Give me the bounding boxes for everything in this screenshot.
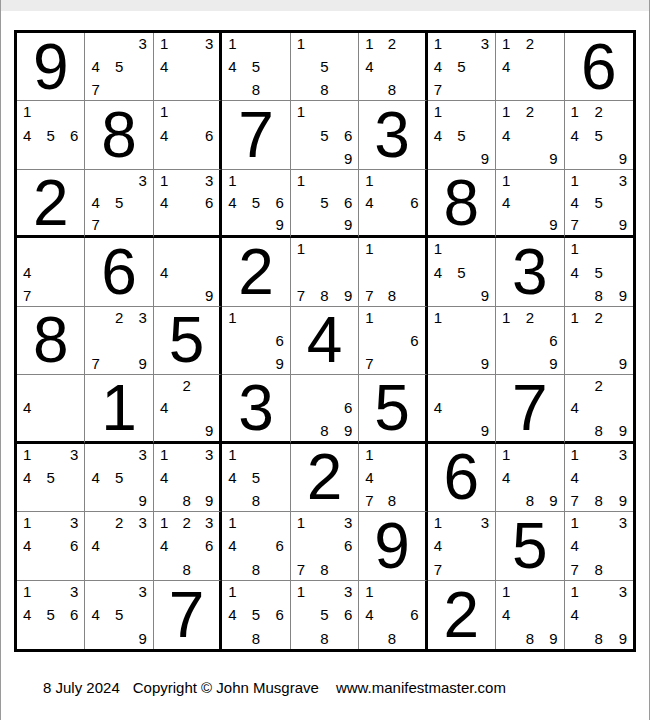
candidate-digit: 1 <box>160 36 168 51</box>
candidate-digit: 1 <box>434 104 442 119</box>
solved-digit: 3 <box>374 103 410 167</box>
cell-r9c8: 1489 <box>496 581 564 649</box>
candidate-digit: 8 <box>388 493 396 508</box>
candidate-digit: 7 <box>571 217 579 232</box>
candidate-digit: 1 <box>228 515 236 530</box>
cell-r1c2: 3457 <box>85 33 153 101</box>
candidate-digit: 9 <box>139 631 147 646</box>
footer-spacer <box>319 679 336 696</box>
candidate-grid: 169 <box>222 307 289 374</box>
candidate-digit: 1 <box>297 36 305 51</box>
cell-r3c4: 14569 <box>222 170 290 238</box>
candidate-grid: 146 <box>154 101 219 168</box>
candidate-grid: 49 <box>154 238 219 305</box>
candidate-digit: 5 <box>252 59 260 74</box>
candidate-digit: 4 <box>365 470 373 485</box>
candidate-digit: 4 <box>160 538 168 553</box>
candidate-grid: 134579 <box>565 170 633 235</box>
candidate-digit: 6 <box>205 128 213 143</box>
solved-digit: 2 <box>238 240 274 304</box>
candidate-digit: 1 <box>23 447 31 462</box>
candidate-digit: 4 <box>160 195 168 210</box>
candidate-digit: 1 <box>365 310 373 325</box>
candidate-digit: 4 <box>228 195 236 210</box>
candidate-grid: 134 <box>154 33 219 100</box>
candidate-digit: 5 <box>47 470 55 485</box>
candidate-digit: 5 <box>457 59 465 74</box>
candidate-digit: 1 <box>502 310 510 325</box>
candidate-digit: 8 <box>595 423 603 438</box>
candidate-digit: 4 <box>502 128 510 143</box>
candidate-digit: 9 <box>549 631 557 646</box>
candidate-digit: 8 <box>388 288 396 303</box>
candidate-digit: 6 <box>275 607 283 622</box>
solved-digit: 6 <box>581 35 617 99</box>
candidate-digit: 1 <box>502 104 510 119</box>
candidate-grid: 13568 <box>291 581 358 649</box>
candidate-grid: 13478 <box>565 512 633 579</box>
candidate-digit: 3 <box>205 515 213 530</box>
candidate-digit: 6 <box>344 607 352 622</box>
candidate-digit: 3 <box>481 36 489 51</box>
solved-digit: 5 <box>374 376 410 440</box>
footer: 8 July 2024 Copyright © John Musgrave ww… <box>43 679 506 696</box>
candidate-grid: 3459 <box>85 444 152 511</box>
candidate-grid: 4 <box>17 375 84 440</box>
candidate-digit: 9 <box>619 217 627 232</box>
cell-r9c6: 1468 <box>359 581 427 649</box>
candidate-grid: 13456 <box>17 581 84 649</box>
candidate-digit: 4 <box>434 265 442 280</box>
cell-r5c3: 5 <box>154 307 222 375</box>
candidate-digit: 4 <box>571 128 579 143</box>
candidate-digit: 8 <box>595 631 603 646</box>
solved-digit: 6 <box>444 445 480 509</box>
candidate-digit: 9 <box>205 288 213 303</box>
candidate-digit: 5 <box>320 195 328 210</box>
candidate-grid: 14569 <box>222 170 289 235</box>
candidate-digit: 1 <box>297 241 305 256</box>
candidate-digit: 3 <box>205 36 213 51</box>
candidate-digit: 6 <box>410 195 418 210</box>
candidate-digit: 4 <box>23 128 31 143</box>
candidate-digit: 2 <box>595 378 603 393</box>
cell-r9c1: 13456 <box>17 581 85 649</box>
candidate-digit: 4 <box>434 128 442 143</box>
cell-r9c5: 13568 <box>291 581 359 649</box>
solved-digit: 7 <box>238 103 274 167</box>
cell-r9c4: 14568 <box>222 581 290 649</box>
candidate-digit: 1 <box>365 36 373 51</box>
solved-digit: 8 <box>101 103 137 167</box>
candidate-digit: 3 <box>344 515 352 530</box>
cell-r4c8: 3 <box>496 238 564 306</box>
candidate-digit: 4 <box>160 400 168 415</box>
candidate-digit: 2 <box>526 36 534 51</box>
candidate-digit: 9 <box>549 217 557 232</box>
candidate-grid: 2379 <box>85 307 152 374</box>
candidate-digit: 6 <box>275 333 283 348</box>
candidate-grid: 1347 <box>428 512 495 579</box>
candidate-digit: 8 <box>320 288 328 303</box>
candidate-digit: 1 <box>228 310 236 325</box>
cell-r8c4: 1468 <box>222 512 290 580</box>
cell-r5c5: 4 <box>291 307 359 375</box>
cell-r3c7: 8 <box>428 170 496 238</box>
solved-digit: 8 <box>444 171 480 235</box>
candidate-digit: 4 <box>502 470 510 485</box>
candidate-digit: 8 <box>595 493 603 508</box>
cell-r4c2: 6 <box>85 238 153 306</box>
candidate-digit: 5 <box>320 128 328 143</box>
candidate-digit: 4 <box>502 59 510 74</box>
candidate-digit: 5 <box>457 128 465 143</box>
cell-r3c5: 1569 <box>291 170 359 238</box>
candidate-digit: 7 <box>365 493 373 508</box>
footer-date: 8 July 2024 <box>43 679 120 696</box>
candidate-digit: 5 <box>595 195 603 210</box>
candidate-digit: 1 <box>571 310 579 325</box>
cell-r5c4: 169 <box>222 307 290 375</box>
cell-r8c8: 5 <box>496 512 564 580</box>
candidate-digit: 1 <box>23 584 31 599</box>
candidate-digit: 2 <box>182 515 190 530</box>
candidate-digit: 4 <box>91 195 99 210</box>
candidate-digit: 3 <box>139 310 147 325</box>
candidate-digit: 3 <box>139 584 147 599</box>
candidate-grid: 3459 <box>85 581 152 649</box>
cell-r7c3: 13489 <box>154 444 222 512</box>
candidate-digit: 1 <box>502 447 510 462</box>
cell-r5c6: 167 <box>359 307 427 375</box>
candidate-digit: 3 <box>619 173 627 188</box>
solved-digit: 2 <box>33 171 69 235</box>
cell-r8c9: 13478 <box>565 512 633 580</box>
candidate-digit: 9 <box>619 423 627 438</box>
candidate-digit: 7 <box>297 562 305 577</box>
candidate-digit: 3 <box>139 173 147 188</box>
cell-r9c3: 7 <box>154 581 222 649</box>
candidate-grid: 1456 <box>17 101 84 168</box>
cell-r9c7: 2 <box>428 581 496 649</box>
candidate-grid: 1569 <box>291 170 358 235</box>
cell-r7c9: 134789 <box>565 444 633 512</box>
solved-digit: 2 <box>444 583 480 647</box>
candidate-digit: 8 <box>320 82 328 97</box>
candidate-grid: 47 <box>17 238 84 305</box>
candidate-digit: 8 <box>595 288 603 303</box>
candidate-digit: 1 <box>434 515 442 530</box>
candidate-digit: 2 <box>595 310 603 325</box>
candidate-digit: 1 <box>228 173 236 188</box>
candidate-grid: 134789 <box>565 444 633 511</box>
candidate-digit: 5 <box>252 195 260 210</box>
candidate-digit: 2 <box>115 515 123 530</box>
candidate-digit: 1 <box>160 104 168 119</box>
cell-r4c3: 49 <box>154 238 222 306</box>
candidate-grid: 146 <box>359 170 424 235</box>
cell-r6c2: 1 <box>85 375 153 443</box>
candidate-digit: 6 <box>70 128 78 143</box>
candidate-digit: 2 <box>388 36 396 51</box>
candidate-grid: 1459 <box>428 101 495 168</box>
cell-r4c7: 1459 <box>428 238 496 306</box>
candidate-digit: 3 <box>481 515 489 530</box>
candidate-grid: 14589 <box>565 238 633 305</box>
candidate-digit: 5 <box>115 59 123 74</box>
candidate-digit: 2 <box>182 378 190 393</box>
candidate-digit: 4 <box>228 607 236 622</box>
cell-r5c8: 1269 <box>496 307 564 375</box>
solved-digit: 5 <box>512 514 548 578</box>
candidate-digit: 1 <box>502 173 510 188</box>
candidate-digit: 7 <box>91 217 99 232</box>
candidate-digit: 8 <box>252 631 260 646</box>
candidate-digit: 6 <box>205 195 213 210</box>
candidate-digit: 4 <box>571 538 579 553</box>
candidate-digit: 4 <box>434 400 442 415</box>
candidate-grid: 13489 <box>565 581 633 649</box>
candidate-digit: 3 <box>619 447 627 462</box>
candidate-digit: 5 <box>115 195 123 210</box>
candidate-digit: 5 <box>252 470 260 485</box>
cell-r5c7: 19 <box>428 307 496 375</box>
cell-r1c5: 158 <box>291 33 359 101</box>
candidate-digit: 7 <box>571 493 579 508</box>
candidate-digit: 8 <box>182 562 190 577</box>
candidate-digit: 6 <box>70 538 78 553</box>
candidate-digit: 6 <box>410 333 418 348</box>
candidate-digit: 8 <box>526 631 534 646</box>
candidate-digit: 8 <box>388 631 396 646</box>
candidate-digit: 3 <box>344 584 352 599</box>
candidate-digit: 6 <box>344 195 352 210</box>
cell-r2c1: 1456 <box>17 101 85 169</box>
page-top-strip <box>0 0 650 11</box>
candidate-digit: 3 <box>139 447 147 462</box>
candidate-grid: 1489 <box>496 581 563 649</box>
candidate-digit: 7 <box>297 288 305 303</box>
cell-r8c5: 13678 <box>291 512 359 580</box>
candidate-digit: 1 <box>297 515 305 530</box>
candidate-digit: 7 <box>434 82 442 97</box>
candidate-digit: 1 <box>297 173 305 188</box>
candidate-digit: 5 <box>595 265 603 280</box>
candidate-digit: 4 <box>502 195 510 210</box>
cell-r1c4: 1458 <box>222 33 290 101</box>
candidate-digit: 7 <box>91 82 99 97</box>
candidate-digit: 9 <box>549 356 557 371</box>
candidate-digit: 5 <box>320 59 328 74</box>
candidate-digit: 4 <box>23 470 31 485</box>
candidate-grid: 124 <box>496 33 563 100</box>
candidate-grid: 158 <box>291 33 358 100</box>
candidate-digit: 3 <box>139 36 147 51</box>
candidate-digit: 3 <box>619 515 627 530</box>
cell-r1c6: 1248 <box>359 33 427 101</box>
candidate-digit: 1 <box>571 241 579 256</box>
candidate-digit: 9 <box>481 423 489 438</box>
candidate-grid: 1249 <box>496 101 563 168</box>
candidate-grid: 234 <box>85 512 152 579</box>
cell-r7c5: 2 <box>291 444 359 512</box>
candidate-digit: 1 <box>365 241 373 256</box>
candidate-digit: 4 <box>571 400 579 415</box>
candidate-digit: 8 <box>252 493 260 508</box>
candidate-grid: 19 <box>428 307 495 374</box>
cell-r2c6: 3 <box>359 101 427 169</box>
cell-r3c6: 146 <box>359 170 427 238</box>
candidate-digit: 4 <box>160 128 168 143</box>
candidate-digit: 4 <box>228 59 236 74</box>
candidate-digit: 7 <box>91 356 99 371</box>
candidate-digit: 1 <box>571 584 579 599</box>
candidate-digit: 1 <box>571 173 579 188</box>
candidate-digit: 3 <box>70 515 78 530</box>
cell-r3c8: 149 <box>496 170 564 238</box>
candidate-digit: 4 <box>23 400 31 415</box>
candidate-digit: 4 <box>160 59 168 74</box>
candidate-grid: 1459 <box>428 238 495 305</box>
solved-digit: 3 <box>238 376 274 440</box>
cell-r3c3: 1346 <box>154 170 222 238</box>
cell-r4c5: 1789 <box>291 238 359 306</box>
candidate-digit: 4 <box>365 607 373 622</box>
cell-r8c3: 123468 <box>154 512 222 580</box>
candidate-digit: 5 <box>47 607 55 622</box>
candidate-digit: 8 <box>252 562 260 577</box>
candidate-digit: 9 <box>205 493 213 508</box>
cell-r4c6: 178 <box>359 238 427 306</box>
candidate-digit: 9 <box>344 217 352 232</box>
candidate-digit: 3 <box>70 584 78 599</box>
candidate-digit: 7 <box>434 562 442 577</box>
candidate-digit: 1 <box>434 36 442 51</box>
candidate-grid: 14568 <box>222 581 289 649</box>
candidate-digit: 3 <box>70 447 78 462</box>
solved-digit: 6 <box>101 240 137 304</box>
candidate-digit: 5 <box>457 265 465 280</box>
candidate-digit: 9 <box>619 356 627 371</box>
cell-r6c1: 4 <box>17 375 85 443</box>
candidate-digit: 6 <box>205 538 213 553</box>
candidate-digit: 4 <box>365 195 373 210</box>
candidate-digit: 4 <box>228 470 236 485</box>
candidate-digit: 1 <box>160 447 168 462</box>
candidate-digit: 9 <box>275 356 283 371</box>
cell-r1c7: 13457 <box>428 33 496 101</box>
cell-r8c2: 234 <box>85 512 153 580</box>
candidate-digit: 4 <box>571 265 579 280</box>
candidate-grid: 13678 <box>291 512 358 579</box>
candidate-digit: 7 <box>23 288 31 303</box>
candidate-digit: 9 <box>619 151 627 166</box>
cell-r1c8: 124 <box>496 33 564 101</box>
cell-r3c2: 3457 <box>85 170 153 238</box>
candidate-digit: 8 <box>320 423 328 438</box>
candidate-digit: 9 <box>139 356 147 371</box>
candidate-grid: 1269 <box>496 307 563 374</box>
cell-r2c2: 8 <box>85 101 153 169</box>
footer-url: www.manifestmaster.com <box>336 679 506 696</box>
cell-r2c3: 146 <box>154 101 222 169</box>
candidate-digit: 5 <box>47 128 55 143</box>
candidate-grid: 3457 <box>85 170 152 235</box>
candidate-digit: 1 <box>365 584 373 599</box>
candidate-grid: 149 <box>496 170 563 235</box>
candidate-digit: 2 <box>115 310 123 325</box>
candidate-digit: 1 <box>571 515 579 530</box>
candidate-digit: 4 <box>571 470 579 485</box>
candidate-digit: 1 <box>502 584 510 599</box>
candidate-digit: 1 <box>434 310 442 325</box>
candidate-digit: 9 <box>275 217 283 232</box>
candidate-digit: 8 <box>526 493 534 508</box>
candidate-grid: 13489 <box>154 444 219 511</box>
candidate-grid: 123468 <box>154 512 219 579</box>
candidate-grid: 1489 <box>496 444 563 511</box>
cell-r1c1: 9 <box>17 33 85 101</box>
candidate-digit: 2 <box>526 310 534 325</box>
candidate-digit: 9 <box>344 423 352 438</box>
candidate-digit: 1 <box>297 104 305 119</box>
candidate-digit: 7 <box>571 562 579 577</box>
candidate-grid: 1468 <box>222 512 289 579</box>
cell-r4c4: 2 <box>222 238 290 306</box>
candidate-digit: 9 <box>619 631 627 646</box>
candidate-digit: 1 <box>160 515 168 530</box>
candidate-grid: 1569 <box>291 101 358 168</box>
candidate-grid: 1468 <box>359 581 424 649</box>
candidate-digit: 3 <box>205 447 213 462</box>
candidate-digit: 5 <box>595 128 603 143</box>
candidate-grid: 2489 <box>565 375 633 440</box>
cell-r7c4: 1458 <box>222 444 290 512</box>
cell-r4c1: 47 <box>17 238 85 306</box>
candidate-digit: 1 <box>434 241 442 256</box>
candidate-digit: 6 <box>410 607 418 622</box>
candidate-grid: 13457 <box>428 33 495 100</box>
cell-r7c1: 1345 <box>17 444 85 512</box>
candidate-digit: 6 <box>344 400 352 415</box>
candidate-digit: 2 <box>595 104 603 119</box>
candidate-digit: 9 <box>549 151 557 166</box>
solved-digit: 7 <box>512 376 548 440</box>
candidate-grid: 1345 <box>17 444 84 511</box>
cell-r6c4: 3 <box>222 375 290 443</box>
candidate-digit: 9 <box>481 288 489 303</box>
candidate-digit: 4 <box>160 470 168 485</box>
candidate-grid: 1789 <box>291 238 358 305</box>
candidate-digit: 8 <box>252 82 260 97</box>
footer-spacer <box>120 679 133 696</box>
cell-r6c8: 7 <box>496 375 564 443</box>
candidate-digit: 3 <box>619 584 627 599</box>
cell-r5c9: 129 <box>565 307 633 375</box>
candidate-grid: 249 <box>154 375 219 440</box>
candidate-grid: 1248 <box>359 33 424 100</box>
candidate-digit: 4 <box>23 538 31 553</box>
cell-r8c6: 9 <box>359 512 427 580</box>
candidate-digit: 8 <box>320 562 328 577</box>
cell-r1c3: 134 <box>154 33 222 101</box>
cell-r1c9: 6 <box>565 33 633 101</box>
cell-r7c6: 1478 <box>359 444 427 512</box>
solved-digit: 5 <box>169 308 205 372</box>
cell-r9c2: 3459 <box>85 581 153 649</box>
candidate-digit: 6 <box>549 333 557 348</box>
cell-r2c5: 1569 <box>291 101 359 169</box>
